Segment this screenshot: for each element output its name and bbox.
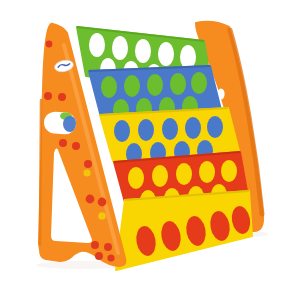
product-photo-stage (0, 0, 300, 300)
bookshelf-illustration (0, 0, 300, 300)
left-panel-edge-shade (40, 100, 41, 245)
shelf-yellow-bottom (116, 191, 252, 270)
shelf-yellow-bottom-face (116, 191, 252, 270)
